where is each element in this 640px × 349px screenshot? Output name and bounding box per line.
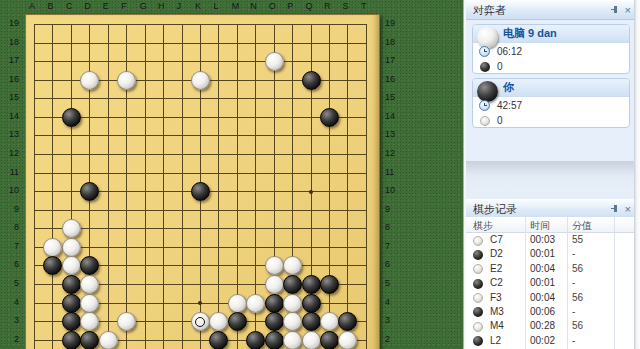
move-time: 00:01 — [530, 248, 555, 259]
black-stone-icon — [473, 307, 483, 317]
column-label: T — [361, 1, 367, 11]
players-panel-title: 对弈者 — [473, 4, 506, 16]
move-score: 56 — [572, 263, 583, 274]
stone-black — [320, 331, 339, 349]
stone-white — [265, 52, 284, 71]
column-label: B — [47, 1, 53, 11]
row-label-right: 18 — [385, 37, 403, 47]
move-label: F3 — [490, 292, 502, 303]
stone-black — [62, 331, 81, 349]
move-time: 00:02 — [530, 335, 555, 346]
stone-black — [265, 331, 284, 349]
stone-black — [265, 312, 284, 331]
column-label: J — [177, 1, 182, 11]
stone-black — [191, 182, 210, 201]
clock-icon — [479, 46, 490, 57]
player-card-computer: 电脑 9 dan 06:12 0 — [472, 24, 630, 74]
stone-white — [99, 331, 118, 349]
move-score: - — [572, 248, 575, 259]
stone-white — [80, 275, 99, 294]
row-label-left: 7 — [1, 241, 19, 251]
stone-white — [80, 294, 99, 313]
app-window: ABCDEFGHJKLMNOPQRST191918181717161615151… — [0, 0, 640, 349]
grid-line — [34, 98, 367, 99]
players-panel-titlebar: 对弈者 × — [466, 0, 636, 20]
column-label: K — [195, 1, 201, 11]
grid-line — [163, 24, 164, 349]
move-row[interactable]: C200:01- — [466, 276, 636, 290]
row-label-left: 3 — [1, 315, 19, 325]
stone-white — [283, 294, 302, 313]
move-row[interactable]: C700:0355 — [466, 233, 636, 247]
stone-white — [62, 238, 81, 257]
column-label: F — [121, 1, 127, 11]
white-stone-icon — [473, 264, 483, 274]
row-label-left: 2 — [1, 334, 19, 344]
stone-black — [302, 312, 321, 331]
stone-black — [209, 331, 228, 349]
column-label: R — [324, 1, 331, 11]
column-label: S — [342, 1, 348, 11]
move-label: C7 — [490, 234, 503, 245]
star-point — [198, 301, 202, 305]
move-label: M3 — [490, 306, 504, 317]
row-label-left: 8 — [1, 222, 19, 232]
white-stone-icon — [473, 236, 483, 246]
row-label-right: 14 — [385, 111, 403, 121]
white-stone-icon — [473, 322, 483, 332]
move-row[interactable]: L200:02- — [466, 334, 636, 348]
black-stone-icon — [480, 62, 490, 72]
stone-white — [265, 275, 284, 294]
pin-icon[interactable] — [610, 204, 619, 215]
column-label: E — [103, 1, 109, 11]
row-label-right: 12 — [385, 148, 403, 158]
grid-line — [34, 173, 367, 174]
stone-white — [209, 312, 228, 331]
row-label-left: 12 — [1, 148, 19, 158]
row-label-right: 4 — [385, 297, 403, 307]
stone-black — [80, 256, 99, 275]
grid-line — [34, 135, 367, 136]
move-list-header: 棋步 时间 分值 — [466, 217, 636, 233]
stone-black — [265, 294, 284, 313]
stone-white — [117, 312, 136, 331]
stone-white — [62, 219, 81, 238]
grid-line — [34, 24, 367, 25]
move-score: 56 — [572, 292, 583, 303]
white-stone-icon — [480, 116, 490, 126]
column-label: P — [287, 1, 293, 11]
stone-black — [80, 182, 99, 201]
stone-white — [80, 312, 99, 331]
go-board[interactable] — [25, 14, 380, 349]
stone-black — [62, 312, 81, 331]
row-label-left: 15 — [1, 92, 19, 102]
row-label-left: 4 — [1, 297, 19, 307]
move-row[interactable]: E200:0456 — [466, 262, 636, 276]
stone-white — [320, 312, 339, 331]
stone-black — [228, 312, 247, 331]
stone-black — [62, 108, 81, 127]
row-label-left: 5 — [1, 278, 19, 288]
column-label: O — [269, 1, 276, 11]
grid-line — [52, 24, 53, 349]
column-label: C — [66, 1, 73, 11]
row-label-left: 6 — [1, 259, 19, 269]
stone-white — [80, 71, 99, 90]
stone-white — [283, 312, 302, 331]
row-label-right: 19 — [385, 18, 403, 28]
grid-line — [34, 210, 367, 211]
black-stone-icon — [473, 336, 483, 346]
grid-line — [34, 247, 367, 248]
row-label-left: 18 — [1, 37, 19, 47]
stone-black — [302, 71, 321, 90]
grid-line — [329, 24, 330, 349]
row-label-right: 15 — [385, 92, 403, 102]
row-label-right: 10 — [385, 185, 403, 195]
row-label-left: 17 — [1, 55, 19, 65]
player-time: 06:12 — [497, 46, 522, 57]
row-label-right: 17 — [385, 55, 403, 65]
move-time: 00:03 — [530, 234, 555, 245]
star-point — [309, 190, 313, 194]
window-edge — [634, 0, 640, 349]
row-label-right: 9 — [385, 204, 403, 214]
column-label: D — [84, 1, 91, 11]
move-label: D2 — [490, 248, 503, 259]
row-label-right: 13 — [385, 129, 403, 139]
row-label-right: 2 — [385, 334, 403, 344]
column-label: N — [250, 1, 257, 11]
move-label: E2 — [490, 263, 502, 274]
stone-white — [265, 256, 284, 275]
column-label: G — [140, 1, 147, 11]
player-card-you: 你 42:57 0 — [472, 78, 630, 128]
black-stone-icon — [473, 279, 483, 289]
column-label: Q — [306, 1, 313, 11]
grid-line — [34, 24, 35, 349]
move-score: - — [572, 306, 575, 317]
move-score: 56 — [572, 320, 583, 331]
stone-black — [43, 256, 62, 275]
stone-white — [283, 256, 302, 275]
row-label-right: 16 — [385, 74, 403, 84]
col-time: 时间 — [530, 219, 550, 233]
pin-icon[interactable] — [610, 5, 619, 16]
col-score: 分值 — [572, 219, 592, 233]
stone-white — [283, 331, 302, 349]
move-score: 55 — [572, 234, 583, 245]
row-label-left: 13 — [1, 129, 19, 139]
grid-line — [182, 24, 183, 349]
move-row[interactable]: M300:06- — [466, 305, 636, 319]
row-label-right: 6 — [385, 259, 403, 269]
move-list-table: 棋步 时间 分值 C700:0355D200:01-E200:0456C200:… — [466, 217, 636, 349]
grid-line — [34, 117, 367, 118]
row-label-left: 16 — [1, 74, 19, 84]
move-time: 00:04 — [530, 292, 555, 303]
white-stone-icon — [473, 293, 483, 303]
side-panel: 对弈者 × 电脑 9 dan 06:12 0 你 42:57 — [464, 0, 636, 349]
player-captures: 0 — [497, 61, 503, 72]
stone-white — [43, 238, 62, 257]
stone-black — [320, 275, 339, 294]
stone-black — [320, 108, 339, 127]
grid-line — [366, 24, 367, 349]
stone-white — [302, 331, 321, 349]
grid-line — [34, 154, 367, 155]
move-row[interactable]: M400:2856 — [466, 319, 636, 333]
row-label-left: 19 — [1, 18, 19, 28]
close-icon[interactable]: × — [625, 204, 631, 215]
move-score: - — [572, 277, 575, 288]
col-move: 棋步 — [473, 219, 493, 233]
move-label: L2 — [490, 335, 501, 346]
grid-line — [34, 228, 367, 229]
stone-black — [62, 294, 81, 313]
stone-white — [117, 71, 136, 90]
row-label-left: 14 — [1, 111, 19, 121]
move-row[interactable]: D200:01- — [466, 247, 636, 261]
moves-panel-title: 棋步记录 — [473, 203, 517, 215]
grid-line — [218, 24, 219, 349]
grid-line — [34, 43, 367, 44]
move-time: 00:01 — [530, 277, 555, 288]
column-label: L — [213, 1, 218, 11]
row-label-left: 11 — [1, 167, 19, 177]
column-label: M — [232, 1, 240, 11]
stone-white — [338, 331, 357, 349]
stone-white — [191, 71, 210, 90]
move-time: 00:28 — [530, 320, 555, 331]
row-label-right: 11 — [385, 167, 403, 177]
stone-black — [302, 275, 321, 294]
row-label-right: 8 — [385, 222, 403, 232]
column-label: A — [29, 1, 35, 11]
stone-black — [302, 294, 321, 313]
grid-line — [34, 61, 367, 62]
move-time: 00:06 — [530, 306, 555, 317]
stone-white — [228, 294, 247, 313]
panel-splitter[interactable] — [466, 161, 636, 199]
clock-icon — [479, 100, 490, 111]
player-captures: 0 — [497, 115, 503, 126]
row-label-right: 3 — [385, 315, 403, 325]
row-label-left: 9 — [1, 204, 19, 214]
column-label: H — [158, 1, 165, 11]
move-label: C2 — [490, 277, 503, 288]
stone-white — [62, 256, 81, 275]
move-row[interactable]: F300:0456 — [466, 291, 636, 305]
stone-black — [62, 275, 81, 294]
row-label-right: 5 — [385, 278, 403, 288]
black-stone-icon — [473, 250, 483, 260]
last-move-marker — [195, 317, 205, 327]
grid-line — [145, 24, 146, 349]
move-time: 00:04 — [530, 263, 555, 274]
stone-black — [283, 275, 302, 294]
stone-white — [191, 312, 210, 331]
grid-line — [108, 24, 109, 349]
stone-black — [80, 331, 99, 349]
player-time: 42:57 — [497, 100, 522, 111]
move-label: M4 — [490, 320, 504, 331]
stone-white — [246, 294, 265, 313]
stone-black — [246, 331, 265, 349]
stone-black — [338, 312, 357, 331]
close-icon[interactable]: × — [625, 5, 631, 16]
moves-panel-titlebar: 棋步记录 × — [466, 199, 636, 219]
row-label-left: 10 — [1, 185, 19, 195]
move-score: - — [572, 335, 575, 346]
grid-line — [347, 24, 348, 349]
row-label-right: 7 — [385, 241, 403, 251]
